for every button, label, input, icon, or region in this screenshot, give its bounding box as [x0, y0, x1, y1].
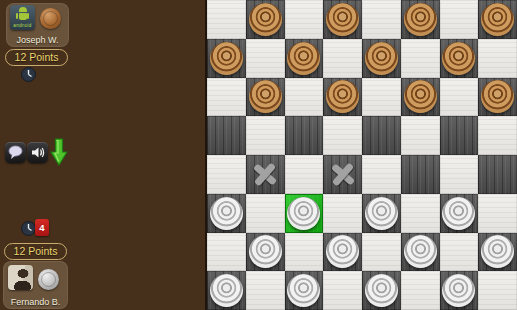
square-r5c3	[323, 194, 362, 233]
photo-avatar	[8, 265, 33, 290]
silver-coin-icon	[38, 269, 59, 290]
square-r6c1[interactable]	[246, 233, 285, 272]
white-piece[interactable]	[210, 197, 243, 230]
brown-piece[interactable]	[210, 42, 243, 75]
brown-piece[interactable]	[365, 42, 398, 75]
white-piece[interactable]	[404, 235, 437, 268]
square-r6c2	[285, 233, 324, 272]
square-r3c2[interactable]	[285, 116, 324, 155]
android-robot-icon	[10, 7, 35, 21]
square-r7c4[interactable]	[362, 271, 401, 310]
square-r5c4[interactable]	[362, 194, 401, 233]
android-avatar-label: android	[10, 23, 35, 28]
square-r5c0[interactable]	[207, 194, 246, 233]
square-r5c1	[246, 194, 285, 233]
speaker-icon	[29, 144, 46, 161]
square-r2c7[interactable]	[478, 78, 517, 117]
bottom-player-name: Fernando B.	[3, 297, 68, 307]
white-piece[interactable]	[365, 274, 398, 307]
square-r6c4	[362, 233, 401, 272]
android-avatar: android	[10, 5, 35, 30]
square-r1c6[interactable]	[440, 39, 479, 78]
square-r7c3	[323, 271, 362, 310]
white-piece[interactable]	[287, 197, 320, 230]
square-r1c5	[401, 39, 440, 78]
brown-piece[interactable]	[404, 80, 437, 113]
white-piece[interactable]	[481, 235, 514, 268]
square-r0c3[interactable]	[323, 0, 362, 39]
brown-piece[interactable]	[404, 3, 437, 36]
brown-piece[interactable]	[326, 3, 359, 36]
square-r3c3	[323, 116, 362, 155]
square-r4c7[interactable]	[478, 155, 517, 194]
square-r6c5[interactable]	[401, 233, 440, 272]
sound-button[interactable]	[27, 142, 48, 163]
square-r3c6[interactable]	[440, 116, 479, 155]
square-r1c4[interactable]	[362, 39, 401, 78]
white-piece[interactable]	[249, 235, 282, 268]
square-r7c6[interactable]	[440, 271, 479, 310]
white-piece[interactable]	[326, 235, 359, 268]
bottom-player-points: 12 Points	[4, 243, 67, 260]
square-r4c1[interactable]	[246, 155, 285, 194]
square-r2c5[interactable]	[401, 78, 440, 117]
square-r7c5	[401, 271, 440, 310]
turn-indicator-arrow-icon	[50, 138, 68, 166]
sidebar: android Joseph W. 12 Points	[0, 0, 207, 310]
square-r2c0	[207, 78, 246, 117]
square-r2c3[interactable]	[323, 78, 362, 117]
square-r5c5	[401, 194, 440, 233]
brown-piece[interactable]	[481, 3, 514, 36]
top-player-panel[interactable]: android Joseph W.	[6, 3, 69, 47]
white-piece[interactable]	[365, 197, 398, 230]
square-r1c2[interactable]	[285, 39, 324, 78]
square-r4c5[interactable]	[401, 155, 440, 194]
square-r6c7[interactable]	[478, 233, 517, 272]
square-r2c6	[440, 78, 479, 117]
chat-bubble-icon	[7, 144, 24, 161]
square-r3c7	[478, 116, 517, 155]
top-player-points: 12 Points	[5, 49, 68, 66]
square-r1c7	[478, 39, 517, 78]
square-r1c3	[323, 39, 362, 78]
white-piece[interactable]	[442, 274, 475, 307]
bottom-player-panel[interactable]: Fernando B.	[3, 261, 68, 309]
square-r3c1	[246, 116, 285, 155]
brown-piece[interactable]	[442, 42, 475, 75]
top-player-name: Joseph W.	[6, 35, 69, 45]
square-r7c2[interactable]	[285, 271, 324, 310]
square-r0c0	[207, 0, 246, 39]
square-r6c0	[207, 233, 246, 272]
square-r7c1	[246, 271, 285, 310]
square-r0c6	[440, 0, 479, 39]
square-r4c6	[440, 155, 479, 194]
square-r0c7[interactable]	[478, 0, 517, 39]
square-r0c2	[285, 0, 324, 39]
brown-piece[interactable]	[287, 42, 320, 75]
square-r2c4	[362, 78, 401, 117]
square-r0c1[interactable]	[246, 0, 285, 39]
square-r1c0[interactable]	[207, 39, 246, 78]
square-r5c7	[478, 194, 517, 233]
brown-piece[interactable]	[249, 3, 282, 36]
square-r5c6[interactable]	[440, 194, 479, 233]
square-r6c6	[440, 233, 479, 272]
square-r5c2[interactable]	[285, 194, 324, 233]
white-piece[interactable]	[210, 274, 243, 307]
square-r7c0[interactable]	[207, 271, 246, 310]
square-r7c7	[478, 271, 517, 310]
square-r2c1[interactable]	[246, 78, 285, 117]
brown-piece[interactable]	[481, 80, 514, 113]
brown-piece[interactable]	[326, 80, 359, 113]
square-r3c0[interactable]	[207, 116, 246, 155]
white-piece[interactable]	[287, 274, 320, 307]
square-r0c5[interactable]	[401, 0, 440, 39]
square-r4c4	[362, 155, 401, 194]
white-piece[interactable]	[442, 197, 475, 230]
square-r2c2	[285, 78, 324, 117]
board	[205, 0, 517, 310]
square-r4c0	[207, 155, 246, 194]
square-r6c3[interactable]	[323, 233, 362, 272]
square-r3c4[interactable]	[362, 116, 401, 155]
square-r0c4	[362, 0, 401, 39]
timer-count-badge: 4	[35, 219, 49, 236]
bottom-clock-icon[interactable]	[21, 221, 36, 236]
bronze-coin-icon	[40, 8, 61, 29]
square-r4c3[interactable]	[323, 155, 362, 194]
chat-button[interactable]	[5, 142, 26, 163]
square-r4c2	[285, 155, 324, 194]
square-r1c1	[246, 39, 285, 78]
square-r3c5	[401, 116, 440, 155]
top-clock-icon	[21, 67, 36, 82]
brown-piece[interactable]	[249, 80, 282, 113]
